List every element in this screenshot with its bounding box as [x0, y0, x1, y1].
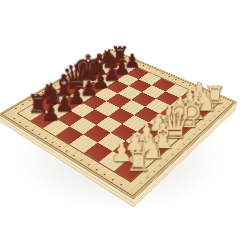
piece-white-rook-a1[interactable]: ♜: [125, 147, 151, 176]
piece-black-pawn-a7[interactable]: ♟: [41, 102, 61, 124]
chess-set-photo: ♜♞♝♛♚♝♞♜♟♟♟♟♟♟♟♟♟♟♟♟♟♟♟♟♜♞♝♛♚♝♞♜: [0, 0, 240, 240]
